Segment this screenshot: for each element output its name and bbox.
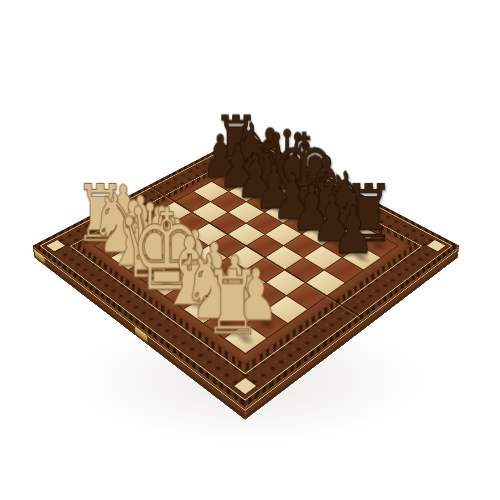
chess-board: ♜♞♝♛♚♝♞♜♟♟♟♟♟♟♟♟♟♟♟♟♟♟♟♟♜♞♝♛♚♝♞♜ AA88BB7… bbox=[32, 134, 459, 407]
scene: ♜♞♝♛♚♝♞♜♟♟♟♟♟♟♟♟♟♟♟♟♟♟♟♟♜♞♝♛♚♝♞♜ AA88BB7… bbox=[0, 0, 500, 500]
photo-background: ♜♞♝♛♚♝♞♜♟♟♟♟♟♟♟♟♟♟♟♟♟♟♟♟♜♞♝♛♚♝♞♜ AA88BB7… bbox=[0, 0, 500, 500]
black-pawn[interactable]: ♟ bbox=[309, 198, 398, 264]
white-rook[interactable]: ♜ bbox=[183, 259, 282, 348]
